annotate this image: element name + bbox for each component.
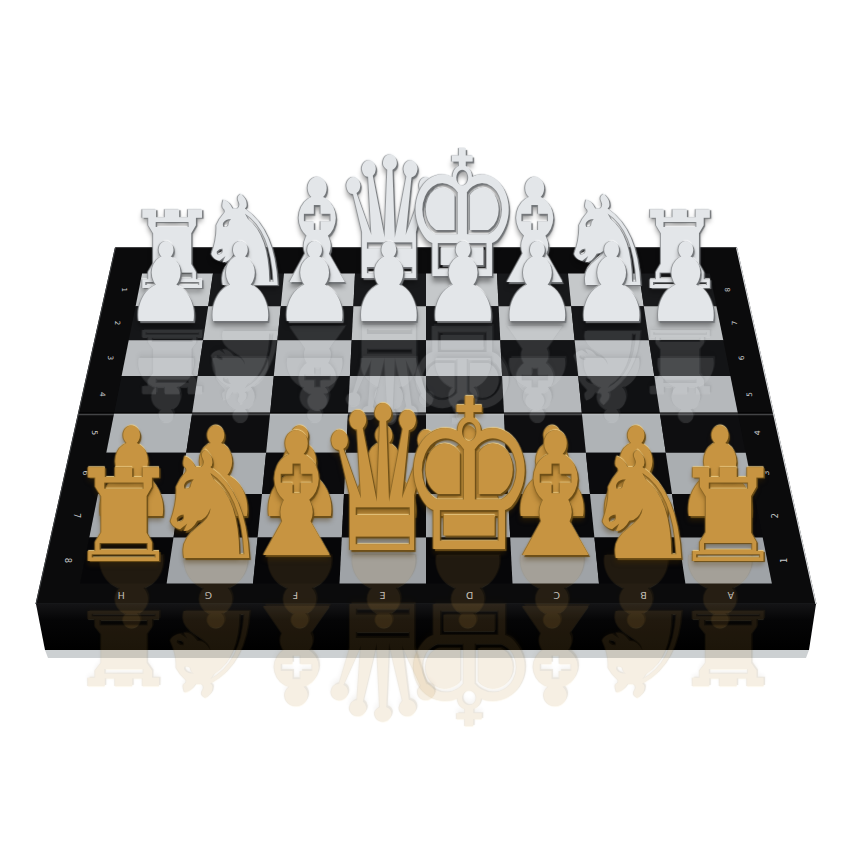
square-e8 <box>340 538 427 584</box>
square-a4 <box>654 376 738 414</box>
square-g8 <box>167 538 258 584</box>
square-f6 <box>262 453 346 494</box>
square-b2 <box>571 306 649 340</box>
square-f7 <box>258 494 344 537</box>
square-g6 <box>180 453 266 494</box>
square-g2 <box>203 306 281 340</box>
file-label-g: G <box>205 590 212 601</box>
square-e7 <box>342 494 426 537</box>
rank-label-left-1: 1 <box>120 287 128 291</box>
file-label-a: A <box>727 590 734 601</box>
square-a7 <box>672 494 763 537</box>
square-d2 <box>426 306 500 340</box>
square-a2 <box>644 306 724 340</box>
square-c2 <box>499 306 575 340</box>
file-label-e: E <box>379 590 385 601</box>
square-d8 <box>426 538 513 584</box>
square-h3 <box>122 340 204 376</box>
square-h8 <box>80 538 173 584</box>
square-c4 <box>502 376 582 414</box>
square-g1 <box>208 274 284 307</box>
square-e1 <box>353 274 426 307</box>
square-h6 <box>98 453 186 494</box>
rank-label-left-7: 7 <box>72 513 81 518</box>
fold-seam-shadow <box>78 412 773 414</box>
fold-seam-highlight <box>78 414 774 415</box>
square-e3 <box>350 340 426 376</box>
rank-label-right-3: 3 <box>762 471 771 476</box>
square-d4 <box>426 376 504 414</box>
square-b1 <box>568 274 644 307</box>
file-label-d: D <box>466 590 473 601</box>
rank-label-right-7: 7 <box>730 321 739 326</box>
square-b6 <box>586 453 672 494</box>
file-label-b: B <box>640 590 646 601</box>
square-c8 <box>510 538 599 584</box>
square-f3 <box>274 340 352 376</box>
file-label-c: C <box>553 590 560 601</box>
square-a5 <box>660 413 746 452</box>
board-base-strip <box>45 650 809 658</box>
square-h5 <box>106 413 192 452</box>
square-d1 <box>426 274 499 307</box>
file-label-f: F <box>293 590 298 601</box>
square-f4 <box>270 376 350 414</box>
square-h4 <box>114 376 198 414</box>
rank-label-left-3: 3 <box>106 355 115 360</box>
square-h7 <box>89 494 180 537</box>
square-f8 <box>253 538 342 584</box>
square-f2 <box>277 306 353 340</box>
square-g5 <box>186 413 270 452</box>
square-d7 <box>426 494 510 537</box>
square-a1 <box>639 274 716 307</box>
square-c3 <box>500 340 578 376</box>
square-b4 <box>578 376 660 414</box>
board-side-face <box>36 604 816 650</box>
square-g7 <box>174 494 263 537</box>
square-h2 <box>129 306 209 340</box>
chess-board: HGFEDCBA1234567887654321 <box>0 0 850 850</box>
rank-label-right-8: 8 <box>724 287 732 291</box>
square-h1 <box>136 274 213 307</box>
rank-label-left-5: 5 <box>90 430 99 435</box>
square-b5 <box>582 413 666 452</box>
rank-label-left-8: 8 <box>63 558 73 563</box>
rank-label-right-5: 5 <box>745 392 754 397</box>
square-e5 <box>346 413 426 452</box>
square-f5 <box>266 413 348 452</box>
square-c7 <box>508 494 594 537</box>
square-d6 <box>426 453 508 494</box>
square-a3 <box>649 340 731 376</box>
rank-label-right-2: 2 <box>771 513 780 518</box>
product-photo-canvas: HGFEDCBA1234567887654321 ♜♜♞♞♝♝♛♛♚♚♝♝♞♞♜… <box>0 0 850 850</box>
rank-label-left-2: 2 <box>113 321 122 326</box>
square-b3 <box>575 340 655 376</box>
rank-label-right-6: 6 <box>737 355 746 360</box>
square-e2 <box>352 306 426 340</box>
square-d3 <box>426 340 502 376</box>
square-a8 <box>679 538 772 584</box>
square-e6 <box>344 453 426 494</box>
square-f1 <box>281 274 355 307</box>
square-c1 <box>497 274 571 307</box>
square-e4 <box>348 376 426 414</box>
square-c5 <box>504 413 586 452</box>
rank-label-left-4: 4 <box>98 392 107 397</box>
square-d5 <box>426 413 506 452</box>
square-a6 <box>666 453 754 494</box>
square-c6 <box>506 453 590 494</box>
square-g4 <box>192 376 274 414</box>
square-b8 <box>594 538 685 584</box>
rank-label-left-6: 6 <box>81 471 90 476</box>
rank-label-right-4: 4 <box>753 430 762 435</box>
square-b7 <box>590 494 679 537</box>
rank-label-right-1: 1 <box>779 558 789 563</box>
square-g3 <box>198 340 278 376</box>
file-label-h: H <box>118 590 125 601</box>
